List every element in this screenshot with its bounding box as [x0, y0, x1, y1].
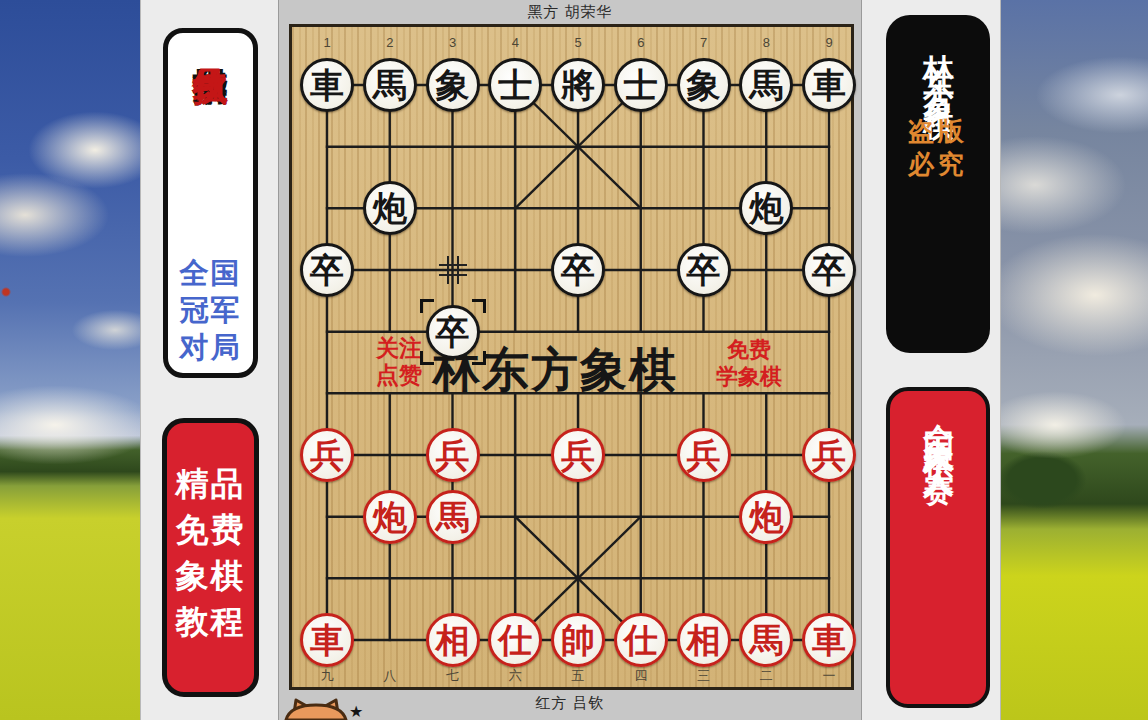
tutorial-row: 精品 — [167, 461, 254, 507]
red-player-label: 红方 吕钦 — [279, 694, 861, 713]
background-photo-right — [1000, 0, 1148, 720]
file-label-bottom: 八 — [380, 667, 400, 685]
piece-black-車[interactable]: 車 — [300, 58, 354, 112]
black-player-label: 黑方 胡荣华 — [279, 3, 861, 22]
file-label-top: 6 — [631, 35, 651, 50]
piece-red-車[interactable]: 車 — [802, 613, 856, 667]
national-champion-text: 全国冠军对局 — [168, 255, 253, 366]
board-column: 黑方 胡荣华 — [278, 0, 862, 720]
cat-mascot — [283, 698, 349, 720]
piece-red-相[interactable]: 相 — [426, 613, 480, 667]
brand-vertical-text: 林东方象棋 — [917, 29, 959, 99]
piece-black-象[interactable]: 象 — [677, 58, 731, 112]
piece-red-兵[interactable]: 兵 — [426, 428, 480, 482]
file-label-bottom: 七 — [443, 667, 463, 685]
caption-follow-like: 关注 点赞 — [376, 335, 422, 389]
file-label-top: 8 — [756, 35, 776, 50]
piece-black-士[interactable]: 士 — [488, 58, 542, 112]
piece-red-帥[interactable]: 帥 — [551, 613, 605, 667]
piece-red-車[interactable]: 車 — [300, 613, 354, 667]
file-label-top: 9 — [819, 35, 839, 50]
piece-black-炮[interactable]: 炮 — [363, 181, 417, 235]
screenshot-stage: 黑方 胡荣华 — [0, 0, 1148, 720]
last-move-from-marker — [439, 256, 467, 284]
piece-black-卒[interactable]: 卒 — [551, 243, 605, 297]
piece-black-象[interactable]: 象 — [426, 58, 480, 112]
piracy-row: 盗版 — [886, 115, 990, 148]
piece-red-仕[interactable]: 仕 — [614, 613, 668, 667]
tournament-vertical-text: 全国象棋个人赛 — [917, 399, 959, 455]
star-icon: ★ — [349, 702, 363, 720]
piece-red-兵[interactable]: 兵 — [300, 428, 354, 482]
piece-black-士[interactable]: 士 — [614, 58, 668, 112]
free-tutorial-panel: 精品免费象棋教程 — [162, 418, 259, 697]
piece-black-馬[interactable]: 馬 — [363, 58, 417, 112]
piece-black-將[interactable]: 將 — [551, 58, 605, 112]
tournament-panel: 全国象棋个人赛 — [886, 387, 990, 708]
piece-black-卒[interactable]: 卒 — [300, 243, 354, 297]
tutorial-row: 教程 — [167, 599, 254, 645]
piece-red-炮[interactable]: 炮 — [739, 490, 793, 544]
blue-row: 冠军 — [168, 292, 253, 329]
file-label-top: 3 — [443, 35, 463, 50]
piracy-warning-text: 盗版必究 — [886, 115, 990, 181]
piece-black-馬[interactable]: 馬 — [739, 58, 793, 112]
file-label-bottom: 六 — [505, 667, 525, 685]
blue-row: 对局 — [168, 329, 253, 366]
file-label-bottom: 五 — [568, 667, 588, 685]
file-label-top: 7 — [694, 35, 714, 50]
blue-row: 全国 — [168, 255, 253, 292]
file-label-top: 4 — [505, 35, 525, 50]
last-move-to-marker — [420, 299, 486, 365]
brand-panel: 林东方象棋 盗版必究 — [886, 15, 990, 353]
file-label-top: 5 — [568, 35, 588, 50]
piece-black-車[interactable]: 車 — [802, 58, 856, 112]
players-vertical-text: 胡荣华执黑吕钦执红 — [190, 41, 231, 253]
file-label-bottom: 二 — [756, 667, 776, 685]
piece-black-卒[interactable]: 卒 — [802, 243, 856, 297]
tutorial-row: 象棋 — [167, 553, 254, 599]
piece-red-炮[interactable]: 炮 — [363, 490, 417, 544]
file-label-bottom: 一 — [819, 667, 839, 685]
piece-red-馬[interactable]: 馬 — [426, 490, 480, 544]
piece-red-相[interactable]: 相 — [677, 613, 731, 667]
piece-red-兵[interactable]: 兵 — [551, 428, 605, 482]
tutorial-row: 免费 — [167, 507, 254, 553]
file-label-bottom: 四 — [631, 667, 651, 685]
file-label-bottom: 三 — [694, 667, 714, 685]
piece-black-卒[interactable]: 卒 — [677, 243, 731, 297]
piece-red-馬[interactable]: 馬 — [739, 613, 793, 667]
piece-red-仕[interactable]: 仕 — [488, 613, 542, 667]
piece-red-兵[interactable]: 兵 — [677, 428, 731, 482]
players-info-panel: 胡荣华执黑吕钦执红 全国冠军对局 — [163, 28, 258, 378]
file-label-top: 1 — [317, 35, 337, 50]
background-photo-left — [0, 0, 140, 720]
caption-free-learn: 免费 学象棋 — [716, 336, 782, 390]
piece-red-兵[interactable]: 兵 — [802, 428, 856, 482]
piracy-row: 必究 — [886, 148, 990, 181]
xiangqi-board[interactable]: 林东方象棋 关注 点赞 免费 学象棋 123456789九八七六五四三二一車馬象… — [289, 24, 854, 690]
file-label-bottom: 九 — [317, 667, 337, 685]
file-label-top: 2 — [380, 35, 400, 50]
